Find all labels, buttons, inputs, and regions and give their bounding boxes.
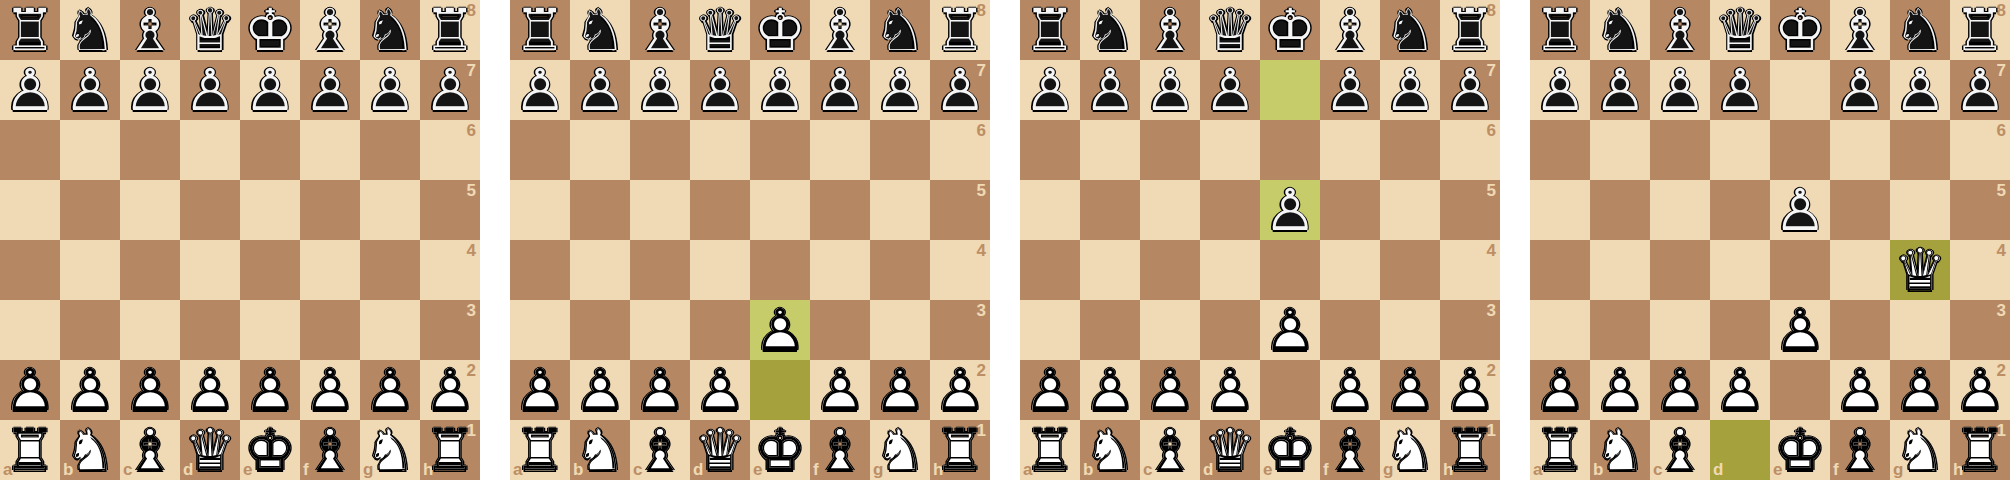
square-h4[interactable]: 4 — [1950, 240, 2010, 300]
square-h8[interactable]: 8♜♖ — [1950, 0, 2010, 60]
white-pawn[interactable]: ♟♙ — [1440, 360, 1500, 420]
black-pawn[interactable]: ♟♙ — [1950, 60, 2010, 120]
square-e1[interactable]: e♚♔ — [240, 420, 300, 480]
square-g7[interactable]: ♟♙ — [1380, 60, 1440, 120]
white-pawn[interactable]: ♟♙ — [1260, 300, 1320, 360]
square-b3[interactable] — [1590, 300, 1650, 360]
white-king[interactable]: ♚♔ — [750, 420, 810, 480]
square-e8[interactable]: ♚♔ — [240, 0, 300, 60]
white-knight[interactable]: ♞♘ — [1080, 420, 1140, 480]
square-c7[interactable]: ♟♙ — [120, 60, 180, 120]
black-bishop[interactable]: ♝♗ — [630, 0, 690, 60]
black-pawn[interactable]: ♟♙ — [1320, 60, 1380, 120]
square-c7[interactable]: ♟♙ — [630, 60, 690, 120]
square-h6[interactable]: 6 — [930, 120, 990, 180]
square-c4[interactable] — [120, 240, 180, 300]
square-h6[interactable]: 6 — [1950, 120, 2010, 180]
square-h4[interactable]: 4 — [420, 240, 480, 300]
square-c4[interactable] — [1140, 240, 1200, 300]
white-pawn[interactable]: ♟♙ — [180, 360, 240, 420]
square-g5[interactable] — [1890, 180, 1950, 240]
square-g2[interactable]: ♟♙ — [1380, 360, 1440, 420]
square-g4[interactable] — [870, 240, 930, 300]
square-f3[interactable] — [300, 300, 360, 360]
black-bishop[interactable]: ♝♗ — [120, 0, 180, 60]
square-c5[interactable] — [630, 180, 690, 240]
square-d3[interactable] — [690, 300, 750, 360]
square-g2[interactable]: ♟♙ — [870, 360, 930, 420]
square-c8[interactable]: ♝♗ — [630, 0, 690, 60]
square-b5[interactable] — [60, 180, 120, 240]
square-h4[interactable]: 4 — [930, 240, 990, 300]
square-e5[interactable]: ♟♙ — [1260, 180, 1320, 240]
black-pawn[interactable]: ♟♙ — [1260, 180, 1320, 240]
black-pawn[interactable]: ♟♙ — [120, 60, 180, 120]
black-pawn[interactable]: ♟♙ — [360, 60, 420, 120]
square-d6[interactable] — [1710, 120, 1770, 180]
square-b1[interactable]: b♞♘ — [60, 420, 120, 480]
square-d2[interactable]: ♟♙ — [1710, 360, 1770, 420]
square-b8[interactable]: ♞♘ — [60, 0, 120, 60]
white-pawn[interactable]: ♟♙ — [300, 360, 360, 420]
square-h8[interactable]: 8♜♖ — [420, 0, 480, 60]
black-pawn[interactable]: ♟♙ — [1080, 60, 1140, 120]
black-pawn[interactable]: ♟♙ — [1770, 180, 1830, 240]
square-b2[interactable]: ♟♙ — [570, 360, 630, 420]
square-h7[interactable]: 7♟♙ — [1440, 60, 1500, 120]
square-c2[interactable]: ♟♙ — [630, 360, 690, 420]
square-c1[interactable]: c♝♗ — [630, 420, 690, 480]
black-pawn[interactable]: ♟♙ — [1440, 60, 1500, 120]
square-d8[interactable]: ♛♕ — [1200, 0, 1260, 60]
square-c8[interactable]: ♝♗ — [120, 0, 180, 60]
square-b6[interactable] — [1590, 120, 1650, 180]
black-pawn[interactable]: ♟♙ — [420, 60, 480, 120]
square-g6[interactable] — [1380, 120, 1440, 180]
square-d5[interactable] — [1710, 180, 1770, 240]
square-h1[interactable]: h1♜♖ — [1950, 420, 2010, 480]
square-e5[interactable] — [750, 180, 810, 240]
square-e8[interactable]: ♚♔ — [1260, 0, 1320, 60]
white-bishop[interactable]: ♝♗ — [1830, 420, 1890, 480]
square-a6[interactable] — [1020, 120, 1080, 180]
square-g3[interactable] — [1380, 300, 1440, 360]
black-pawn[interactable]: ♟♙ — [1380, 60, 1440, 120]
square-f4[interactable] — [810, 240, 870, 300]
square-d4[interactable] — [690, 240, 750, 300]
square-c3[interactable] — [120, 300, 180, 360]
square-h5[interactable]: 5 — [930, 180, 990, 240]
square-f4[interactable] — [1830, 240, 1890, 300]
white-pawn[interactable]: ♟♙ — [1650, 360, 1710, 420]
white-pawn[interactable]: ♟♙ — [360, 360, 420, 420]
white-knight[interactable]: ♞♘ — [570, 420, 630, 480]
square-f6[interactable] — [810, 120, 870, 180]
white-queen[interactable]: ♛♕ — [690, 420, 750, 480]
white-king[interactable]: ♚♔ — [1260, 420, 1320, 480]
black-queen[interactable]: ♛♕ — [1200, 0, 1260, 60]
square-c5[interactable] — [1140, 180, 1200, 240]
white-pawn[interactable]: ♟♙ — [1950, 360, 2010, 420]
square-h3[interactable]: 3 — [420, 300, 480, 360]
black-knight[interactable]: ♞♘ — [870, 0, 930, 60]
white-pawn[interactable]: ♟♙ — [810, 360, 870, 420]
square-b7[interactable]: ♟♙ — [570, 60, 630, 120]
black-queen[interactable]: ♛♕ — [180, 0, 240, 60]
square-d2[interactable]: ♟♙ — [180, 360, 240, 420]
square-c5[interactable] — [1650, 180, 1710, 240]
square-a4[interactable] — [1020, 240, 1080, 300]
square-f2[interactable]: ♟♙ — [300, 360, 360, 420]
square-a2[interactable]: ♟♙ — [0, 360, 60, 420]
white-pawn[interactable]: ♟♙ — [570, 360, 630, 420]
square-f2[interactable]: ♟♙ — [810, 360, 870, 420]
square-g5[interactable] — [360, 180, 420, 240]
square-a3[interactable] — [0, 300, 60, 360]
black-pawn[interactable]: ♟♙ — [1530, 60, 1590, 120]
black-bishop[interactable]: ♝♗ — [810, 0, 870, 60]
black-queen[interactable]: ♛♕ — [1710, 0, 1770, 60]
square-b6[interactable] — [570, 120, 630, 180]
square-c6[interactable] — [120, 120, 180, 180]
square-b2[interactable]: ♟♙ — [60, 360, 120, 420]
square-d6[interactable] — [690, 120, 750, 180]
square-b7[interactable]: ♟♙ — [1590, 60, 1650, 120]
square-d1[interactable]: d♛♕ — [180, 420, 240, 480]
square-b6[interactable] — [60, 120, 120, 180]
square-e4[interactable] — [750, 240, 810, 300]
white-pawn[interactable]: ♟♙ — [1530, 360, 1590, 420]
square-a4[interactable] — [0, 240, 60, 300]
white-pawn[interactable]: ♟♙ — [240, 360, 300, 420]
black-pawn[interactable]: ♟♙ — [1140, 60, 1200, 120]
black-pawn[interactable]: ♟♙ — [1020, 60, 1080, 120]
black-king[interactable]: ♚♔ — [1260, 0, 1320, 60]
square-e4[interactable] — [1770, 240, 1830, 300]
square-g3[interactable] — [870, 300, 930, 360]
white-rook[interactable]: ♜♖ — [0, 420, 60, 480]
square-b4[interactable] — [1590, 240, 1650, 300]
square-b4[interactable] — [60, 240, 120, 300]
square-f8[interactable]: ♝♗ — [1320, 0, 1380, 60]
square-a6[interactable] — [510, 120, 570, 180]
square-c8[interactable]: ♝♗ — [1650, 0, 1710, 60]
black-rook[interactable]: ♜♖ — [0, 0, 60, 60]
white-bishop[interactable]: ♝♗ — [810, 420, 870, 480]
black-knight[interactable]: ♞♘ — [1590, 0, 1650, 60]
square-b1[interactable]: b♞♘ — [1590, 420, 1650, 480]
black-pawn[interactable]: ♟♙ — [870, 60, 930, 120]
square-b8[interactable]: ♞♘ — [1590, 0, 1650, 60]
black-knight[interactable]: ♞♘ — [360, 0, 420, 60]
square-h7[interactable]: 7♟♙ — [1950, 60, 2010, 120]
black-rook[interactable]: ♜♖ — [510, 0, 570, 60]
white-knight[interactable]: ♞♘ — [360, 420, 420, 480]
square-b8[interactable]: ♞♘ — [570, 0, 630, 60]
white-pawn[interactable]: ♟♙ — [1140, 360, 1200, 420]
square-h8[interactable]: 8♜♖ — [1440, 0, 1500, 60]
square-e6[interactable] — [1260, 120, 1320, 180]
square-h6[interactable]: 6 — [420, 120, 480, 180]
square-d6[interactable] — [180, 120, 240, 180]
black-bishop[interactable]: ♝♗ — [1140, 0, 1200, 60]
square-g5[interactable] — [1380, 180, 1440, 240]
square-g6[interactable] — [870, 120, 930, 180]
square-g6[interactable] — [1890, 120, 1950, 180]
square-e1[interactable]: e♚♔ — [750, 420, 810, 480]
white-pawn[interactable]: ♟♙ — [1080, 360, 1140, 420]
square-g3[interactable] — [1890, 300, 1950, 360]
white-knight[interactable]: ♞♘ — [1890, 420, 1950, 480]
square-g8[interactable]: ♞♘ — [870, 0, 930, 60]
square-g2[interactable]: ♟♙ — [360, 360, 420, 420]
square-h8[interactable]: 8♜♖ — [930, 0, 990, 60]
square-f4[interactable] — [300, 240, 360, 300]
square-b2[interactable]: ♟♙ — [1590, 360, 1650, 420]
square-b3[interactable] — [1080, 300, 1140, 360]
square-d5[interactable] — [180, 180, 240, 240]
white-rook[interactable]: ♜♖ — [1020, 420, 1080, 480]
square-f2[interactable]: ♟♙ — [1830, 360, 1890, 420]
square-a1[interactable]: a♜♖ — [1530, 420, 1590, 480]
square-e8[interactable]: ♚♔ — [750, 0, 810, 60]
white-queen[interactable]: ♛♕ — [180, 420, 240, 480]
square-g7[interactable]: ♟♙ — [360, 60, 420, 120]
square-h7[interactable]: 7♟♙ — [420, 60, 480, 120]
square-a8[interactable]: ♜♖ — [1530, 0, 1590, 60]
white-pawn[interactable]: ♟♙ — [690, 360, 750, 420]
black-rook[interactable]: ♜♖ — [930, 0, 990, 60]
square-g1[interactable]: g♞♘ — [1380, 420, 1440, 480]
white-pawn[interactable]: ♟♙ — [120, 360, 180, 420]
square-b2[interactable]: ♟♙ — [1080, 360, 1140, 420]
square-d3[interactable] — [1710, 300, 1770, 360]
square-d6[interactable] — [1200, 120, 1260, 180]
white-bishop[interactable]: ♝♗ — [1140, 420, 1200, 480]
white-pawn[interactable]: ♟♙ — [630, 360, 690, 420]
square-c3[interactable] — [630, 300, 690, 360]
square-e1[interactable]: e♚♔ — [1260, 420, 1320, 480]
square-a8[interactable]: ♜♖ — [0, 0, 60, 60]
white-king[interactable]: ♚♔ — [1770, 420, 1830, 480]
white-pawn[interactable]: ♟♙ — [510, 360, 570, 420]
square-h1[interactable]: h1♜♖ — [1440, 420, 1500, 480]
square-d4[interactable] — [1710, 240, 1770, 300]
square-c1[interactable]: c♝♗ — [1140, 420, 1200, 480]
square-e6[interactable] — [240, 120, 300, 180]
square-h3[interactable]: 3 — [1440, 300, 1500, 360]
white-rook[interactable]: ♜♖ — [1950, 420, 2010, 480]
square-f8[interactable]: ♝♗ — [300, 0, 360, 60]
square-c3[interactable] — [1650, 300, 1710, 360]
white-bishop[interactable]: ♝♗ — [1320, 420, 1380, 480]
white-bishop[interactable]: ♝♗ — [120, 420, 180, 480]
square-d7[interactable]: ♟♙ — [1200, 60, 1260, 120]
black-pawn[interactable]: ♟♙ — [810, 60, 870, 120]
black-knight[interactable]: ♞♘ — [1890, 0, 1950, 60]
white-pawn[interactable]: ♟♙ — [1320, 360, 1380, 420]
white-pawn[interactable]: ♟♙ — [1830, 360, 1890, 420]
square-h6[interactable]: 6 — [1440, 120, 1500, 180]
square-f3[interactable] — [1320, 300, 1380, 360]
square-a3[interactable] — [1530, 300, 1590, 360]
square-d1[interactable]: d♛♕ — [1200, 420, 1260, 480]
square-f7[interactable]: ♟♙ — [300, 60, 360, 120]
black-pawn[interactable]: ♟♙ — [60, 60, 120, 120]
square-b5[interactable] — [570, 180, 630, 240]
black-pawn[interactable]: ♟♙ — [750, 60, 810, 120]
square-d3[interactable] — [1200, 300, 1260, 360]
square-c7[interactable]: ♟♙ — [1140, 60, 1200, 120]
square-f6[interactable] — [300, 120, 360, 180]
square-d8[interactable]: ♛♕ — [1710, 0, 1770, 60]
square-e4[interactable] — [240, 240, 300, 300]
square-f7[interactable]: ♟♙ — [1320, 60, 1380, 120]
black-king[interactable]: ♚♔ — [240, 0, 300, 60]
square-g8[interactable]: ♞♘ — [1380, 0, 1440, 60]
square-a6[interactable] — [1530, 120, 1590, 180]
white-rook[interactable]: ♜♖ — [420, 420, 480, 480]
black-rook[interactable]: ♜♖ — [1950, 0, 2010, 60]
square-h3[interactable]: 3 — [930, 300, 990, 360]
square-h7[interactable]: 7♟♙ — [930, 60, 990, 120]
black-bishop[interactable]: ♝♗ — [1830, 0, 1890, 60]
square-e3[interactable]: ♟♙ — [1260, 300, 1320, 360]
square-a1[interactable]: a♜♖ — [1020, 420, 1080, 480]
black-king[interactable]: ♚♔ — [750, 0, 810, 60]
square-f5[interactable] — [1320, 180, 1380, 240]
black-queen[interactable]: ♛♕ — [690, 0, 750, 60]
square-c3[interactable] — [1140, 300, 1200, 360]
white-pawn[interactable]: ♟♙ — [0, 360, 60, 420]
square-g7[interactable]: ♟♙ — [870, 60, 930, 120]
square-b1[interactable]: b♞♘ — [570, 420, 630, 480]
black-pawn[interactable]: ♟♙ — [630, 60, 690, 120]
square-g1[interactable]: g♞♘ — [870, 420, 930, 480]
square-a7[interactable]: ♟♙ — [1530, 60, 1590, 120]
square-g4[interactable] — [360, 240, 420, 300]
white-king[interactable]: ♚♔ — [240, 420, 300, 480]
black-pawn[interactable]: ♟♙ — [0, 60, 60, 120]
square-b7[interactable]: ♟♙ — [1080, 60, 1140, 120]
square-h3[interactable]: 3 — [1950, 300, 2010, 360]
square-f3[interactable] — [810, 300, 870, 360]
white-pawn[interactable]: ♟♙ — [1890, 360, 1950, 420]
square-b5[interactable] — [1590, 180, 1650, 240]
square-e3[interactable] — [240, 300, 300, 360]
square-e3[interactable]: ♟♙ — [750, 300, 810, 360]
square-f8[interactable]: ♝♗ — [1830, 0, 1890, 60]
square-b6[interactable] — [1080, 120, 1140, 180]
square-g4[interactable]: ♛♕ — [1890, 240, 1950, 300]
white-knight[interactable]: ♞♘ — [1590, 420, 1650, 480]
square-b3[interactable] — [60, 300, 120, 360]
square-g7[interactable]: ♟♙ — [1890, 60, 1950, 120]
square-c1[interactable]: c♝♗ — [120, 420, 180, 480]
square-b4[interactable] — [1080, 240, 1140, 300]
black-knight[interactable]: ♞♘ — [570, 0, 630, 60]
square-e6[interactable] — [750, 120, 810, 180]
square-f1[interactable]: f♝♗ — [1830, 420, 1890, 480]
square-c1[interactable]: c♝♗ — [1650, 420, 1710, 480]
square-g3[interactable] — [360, 300, 420, 360]
square-h2[interactable]: 2♟♙ — [930, 360, 990, 420]
square-e4[interactable] — [1260, 240, 1320, 300]
white-queen[interactable]: ♛♕ — [1890, 240, 1950, 300]
square-a6[interactable] — [0, 120, 60, 180]
square-b4[interactable] — [570, 240, 630, 300]
square-a7[interactable]: ♟♙ — [1020, 60, 1080, 120]
square-d1[interactable]: d — [1710, 420, 1770, 480]
square-d7[interactable]: ♟♙ — [1710, 60, 1770, 120]
square-e2[interactable]: ♟♙ — [240, 360, 300, 420]
white-rook[interactable]: ♜♖ — [1440, 420, 1500, 480]
white-queen[interactable]: ♛♕ — [1200, 420, 1260, 480]
square-c5[interactable] — [120, 180, 180, 240]
square-a7[interactable]: ♟♙ — [0, 60, 60, 120]
white-knight[interactable]: ♞♘ — [60, 420, 120, 480]
square-e2[interactable] — [1770, 360, 1830, 420]
black-bishop[interactable]: ♝♗ — [300, 0, 360, 60]
square-h2[interactable]: 2♟♙ — [420, 360, 480, 420]
square-e7[interactable] — [1260, 60, 1320, 120]
square-e1[interactable]: e♚♔ — [1770, 420, 1830, 480]
square-d5[interactable] — [1200, 180, 1260, 240]
square-a2[interactable]: ♟♙ — [1020, 360, 1080, 420]
square-g1[interactable]: g♞♘ — [360, 420, 420, 480]
square-a1[interactable]: a♜♖ — [510, 420, 570, 480]
square-g6[interactable] — [360, 120, 420, 180]
black-pawn[interactable]: ♟♙ — [1890, 60, 1950, 120]
black-pawn[interactable]: ♟♙ — [240, 60, 300, 120]
square-g8[interactable]: ♞♘ — [360, 0, 420, 60]
black-pawn[interactable]: ♟♙ — [690, 60, 750, 120]
square-e5[interactable]: ♟♙ — [1770, 180, 1830, 240]
square-f5[interactable] — [810, 180, 870, 240]
black-rook[interactable]: ♜♖ — [420, 0, 480, 60]
white-pawn[interactable]: ♟♙ — [930, 360, 990, 420]
white-rook[interactable]: ♜♖ — [1530, 420, 1590, 480]
square-a4[interactable] — [1530, 240, 1590, 300]
square-c6[interactable] — [1140, 120, 1200, 180]
white-pawn[interactable]: ♟♙ — [1770, 300, 1830, 360]
white-pawn[interactable]: ♟♙ — [1710, 360, 1770, 420]
square-f4[interactable] — [1320, 240, 1380, 300]
black-pawn[interactable]: ♟♙ — [570, 60, 630, 120]
square-h1[interactable]: h1♜♖ — [930, 420, 990, 480]
white-bishop[interactable]: ♝♗ — [300, 420, 360, 480]
black-knight[interactable]: ♞♘ — [1080, 0, 1140, 60]
black-pawn[interactable]: ♟♙ — [1650, 60, 1710, 120]
square-c6[interactable] — [630, 120, 690, 180]
square-c7[interactable]: ♟♙ — [1650, 60, 1710, 120]
square-g4[interactable] — [1380, 240, 1440, 300]
white-pawn[interactable]: ♟♙ — [1200, 360, 1260, 420]
black-rook[interactable]: ♜♖ — [1020, 0, 1080, 60]
square-g1[interactable]: g♞♘ — [1890, 420, 1950, 480]
square-d1[interactable]: d♛♕ — [690, 420, 750, 480]
white-rook[interactable]: ♜♖ — [510, 420, 570, 480]
square-f5[interactable] — [1830, 180, 1890, 240]
square-f7[interactable]: ♟♙ — [810, 60, 870, 120]
black-pawn[interactable]: ♟♙ — [930, 60, 990, 120]
square-a1[interactable]: a♜♖ — [0, 420, 60, 480]
square-d4[interactable] — [180, 240, 240, 300]
square-d3[interactable] — [180, 300, 240, 360]
square-d4[interactable] — [1200, 240, 1260, 300]
square-b8[interactable]: ♞♘ — [1080, 0, 1140, 60]
square-d8[interactable]: ♛♕ — [180, 0, 240, 60]
